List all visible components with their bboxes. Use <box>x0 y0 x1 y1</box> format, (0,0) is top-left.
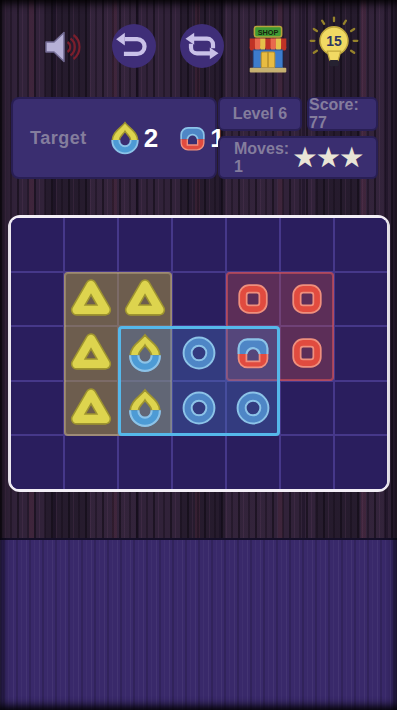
svg-text:15: 15 <box>326 33 342 49</box>
score-text: Score: 77 <box>309 96 376 132</box>
board-cell-r3c1-T <box>65 382 117 435</box>
restart-button[interactable] <box>180 24 224 68</box>
bottom-background-panel <box>0 538 397 710</box>
board-cell-r2c1-T <box>65 327 117 380</box>
board-cell-r4c5 <box>281 436 333 489</box>
board-cell-r0c6 <box>335 218 387 271</box>
target-drop-count: 2 <box>144 123 158 154</box>
board-cell-r4c2 <box>119 436 171 489</box>
hint-button[interactable]: 15 <box>307 16 361 74</box>
target-drop-icon <box>107 120 143 156</box>
board-cell-r1c4-S <box>227 273 279 326</box>
board-cell-r2c6 <box>335 327 387 380</box>
board-cell-r0c2 <box>119 218 171 271</box>
board-cell-r4c4 <box>227 436 279 489</box>
moves-panel: Moves: 1 ★★★ <box>218 136 378 179</box>
board-cell-r1c6 <box>335 273 387 326</box>
level-text: Level 6 <box>233 105 287 123</box>
board-cell-r2c0 <box>11 327 63 380</box>
board-cell-r0c1 <box>65 218 117 271</box>
undo-icon <box>112 24 156 68</box>
board-cell-r1c1-T <box>65 273 117 326</box>
board-cell-r1c2-T <box>119 273 171 326</box>
board-cell-r1c3 <box>173 273 225 326</box>
game-screen: SHOP <box>0 0 397 710</box>
board-cell-r1c5-S <box>281 273 333 326</box>
board-cell-r2c3-C <box>173 327 225 380</box>
board-cell-r0c5 <box>281 218 333 271</box>
board-cell-r1c0 <box>11 273 63 326</box>
board-cell-r4c6 <box>335 436 387 489</box>
board-cell-r2c5-S <box>281 327 333 380</box>
target-item-drop: 2 <box>107 120 158 156</box>
restart-icon <box>180 24 224 68</box>
board-cell-r3c5 <box>281 382 333 435</box>
board-cell-r3c4-C <box>227 382 279 435</box>
target-arch-icon <box>176 122 209 155</box>
game-board <box>8 215 390 492</box>
stars: ★★★ <box>294 145 364 170</box>
board-cell-r0c3 <box>173 218 225 271</box>
board-cell-r0c4 <box>227 218 279 271</box>
board-cell-r2c4-A <box>227 327 279 380</box>
speaker-icon <box>42 27 84 67</box>
board-cell-r3c2-D <box>119 382 171 435</box>
board-cell-r4c0 <box>11 436 63 489</box>
board-cell-r3c6 <box>335 382 387 435</box>
level-panel: Level 6 <box>218 97 302 131</box>
svg-text:SHOP: SHOP <box>258 28 279 37</box>
board-cell-r4c1 <box>65 436 117 489</box>
target-label: Target <box>30 128 87 149</box>
shop-button[interactable]: SHOP <box>245 24 291 76</box>
board-cell-r2c2-D <box>119 327 171 380</box>
undo-button[interactable] <box>112 24 156 68</box>
board-cell-r3c0 <box>11 382 63 435</box>
board-cell-r4c3 <box>173 436 225 489</box>
target-panel: Target 2 1 <box>11 97 217 179</box>
lightbulb-icon: 15 <box>307 16 361 74</box>
sound-button[interactable] <box>42 27 84 67</box>
board-cell-r3c3-C <box>173 382 225 435</box>
moves-text: Moves: 1 <box>234 140 294 176</box>
board-cells <box>11 218 387 489</box>
score-panel: Score: 77 <box>307 97 378 131</box>
board-cell-r0c0 <box>11 218 63 271</box>
shop-icon: SHOP <box>245 24 291 76</box>
